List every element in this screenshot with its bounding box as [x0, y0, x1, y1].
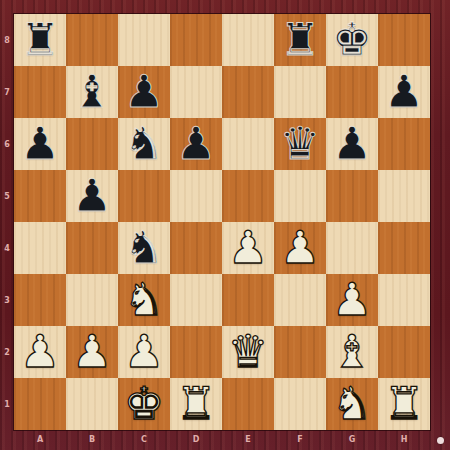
square-e3[interactable] — [222, 274, 274, 326]
square-h1[interactable]: ♜ — [378, 378, 430, 430]
square-b1[interactable] — [66, 378, 118, 430]
black-queen-f6[interactable]: ♛ — [274, 118, 326, 170]
rank-label-7: 7 — [0, 66, 14, 118]
square-d4[interactable] — [170, 222, 222, 274]
square-f5[interactable] — [274, 170, 326, 222]
square-b2[interactable]: ♟ — [66, 326, 118, 378]
square-e1[interactable] — [222, 378, 274, 430]
square-f4[interactable]: ♟ — [274, 222, 326, 274]
square-a8[interactable]: ♜ — [14, 14, 66, 66]
rank-label-1: 1 — [0, 378, 14, 430]
white-queen-e2[interactable]: ♛ — [222, 326, 274, 378]
rank-label-2: 2 — [0, 326, 14, 378]
square-c4[interactable]: ♞ — [118, 222, 170, 274]
file-labels: ABCDEFGH — [14, 430, 430, 450]
rank-label-4: 4 — [0, 222, 14, 274]
square-f6[interactable]: ♛ — [274, 118, 326, 170]
file-label-g: G — [326, 430, 378, 450]
square-g7[interactable] — [326, 66, 378, 118]
square-c3[interactable]: ♞ — [118, 274, 170, 326]
square-d7[interactable] — [170, 66, 222, 118]
black-rook-f8[interactable]: ♜ — [274, 14, 326, 66]
file-label-a: A — [14, 430, 66, 450]
white-pawn-f4[interactable]: ♟ — [274, 222, 326, 274]
square-f7[interactable] — [274, 66, 326, 118]
rank-labels: 87654321 — [0, 14, 14, 430]
white-pawn-g3[interactable]: ♟ — [326, 274, 378, 326]
square-h2[interactable] — [378, 326, 430, 378]
white-pawn-e4[interactable]: ♟ — [222, 222, 274, 274]
black-king-g8[interactable]: ♚ — [326, 14, 378, 66]
white-pawn-a2[interactable]: ♟ — [14, 326, 66, 378]
black-knight-c6[interactable]: ♞ — [118, 118, 170, 170]
rank-label-3: 3 — [0, 274, 14, 326]
rank-label-5: 5 — [0, 170, 14, 222]
square-a2[interactable]: ♟ — [14, 326, 66, 378]
square-b4[interactable] — [66, 222, 118, 274]
square-e7[interactable] — [222, 66, 274, 118]
square-h6[interactable] — [378, 118, 430, 170]
black-pawn-a6[interactable]: ♟ — [14, 118, 66, 170]
white-king-c1[interactable]: ♚ — [118, 378, 170, 430]
white-pawn-b2[interactable]: ♟ — [66, 326, 118, 378]
square-c2[interactable]: ♟ — [118, 326, 170, 378]
file-label-b: B — [66, 430, 118, 450]
square-d5[interactable] — [170, 170, 222, 222]
square-a4[interactable] — [14, 222, 66, 274]
square-b8[interactable] — [66, 14, 118, 66]
file-label-f: F — [274, 430, 326, 450]
black-rook-a8[interactable]: ♜ — [14, 14, 66, 66]
square-g8[interactable]: ♚ — [326, 14, 378, 66]
square-g4[interactable] — [326, 222, 378, 274]
white-pawn-c2[interactable]: ♟ — [118, 326, 170, 378]
square-d2[interactable] — [170, 326, 222, 378]
square-b5[interactable]: ♟ — [66, 170, 118, 222]
square-e2[interactable]: ♛ — [222, 326, 274, 378]
square-e5[interactable] — [222, 170, 274, 222]
square-a7[interactable] — [14, 66, 66, 118]
file-label-c: C — [118, 430, 170, 450]
square-g3[interactable]: ♟ — [326, 274, 378, 326]
white-rook-d1[interactable]: ♜ — [170, 378, 222, 430]
square-b6[interactable] — [66, 118, 118, 170]
chess-board: ♜♜♚♝♟♟♟♞♟♛♟♟♞♟♟♞♟♟♟♟♛♝♚♜♞♜ — [14, 14, 430, 430]
white-knight-c3[interactable]: ♞ — [118, 274, 170, 326]
square-h7[interactable]: ♟ — [378, 66, 430, 118]
file-label-d: D — [170, 430, 222, 450]
white-rook-h1[interactable]: ♜ — [378, 378, 430, 430]
black-pawn-g6[interactable]: ♟ — [326, 118, 378, 170]
file-label-h: H — [378, 430, 430, 450]
square-h8[interactable] — [378, 14, 430, 66]
square-a5[interactable] — [14, 170, 66, 222]
black-knight-c4[interactable]: ♞ — [118, 222, 170, 274]
square-h5[interactable] — [378, 170, 430, 222]
square-d3[interactable] — [170, 274, 222, 326]
white-knight-g1[interactable]: ♞ — [326, 378, 378, 430]
square-b3[interactable] — [66, 274, 118, 326]
rank-label-8: 8 — [0, 14, 14, 66]
square-g6[interactable]: ♟ — [326, 118, 378, 170]
black-pawn-b5[interactable]: ♟ — [66, 170, 118, 222]
square-g1[interactable]: ♞ — [326, 378, 378, 430]
square-e6[interactable] — [222, 118, 274, 170]
black-pawn-d6[interactable]: ♟ — [170, 118, 222, 170]
square-d1[interactable]: ♜ — [170, 378, 222, 430]
square-a3[interactable] — [14, 274, 66, 326]
square-f8[interactable]: ♜ — [274, 14, 326, 66]
square-a1[interactable] — [14, 378, 66, 430]
square-h4[interactable] — [378, 222, 430, 274]
square-c1[interactable]: ♚ — [118, 378, 170, 430]
square-d8[interactable] — [170, 14, 222, 66]
square-e8[interactable] — [222, 14, 274, 66]
square-c7[interactable]: ♟ — [118, 66, 170, 118]
square-f3[interactable] — [274, 274, 326, 326]
black-pawn-h7[interactable]: ♟ — [378, 66, 430, 118]
rank-label-6: 6 — [0, 118, 14, 170]
white-bishop-g2[interactable]: ♝ — [326, 326, 378, 378]
black-pawn-c7[interactable]: ♟ — [118, 66, 170, 118]
square-e4[interactable]: ♟ — [222, 222, 274, 274]
square-a6[interactable]: ♟ — [14, 118, 66, 170]
square-g5[interactable] — [326, 170, 378, 222]
square-c6[interactable]: ♞ — [118, 118, 170, 170]
chess-board-frame: 87654321 ABCDEFGH ♜♜♚♝♟♟♟♞♟♛♟♟♞♟♟♞♟♟♟♟♛♝… — [0, 0, 450, 450]
file-label-e: E — [222, 430, 274, 450]
square-c8[interactable] — [118, 14, 170, 66]
square-f1[interactable] — [274, 378, 326, 430]
square-f2[interactable] — [274, 326, 326, 378]
square-c5[interactable] — [118, 170, 170, 222]
black-bishop-b7[interactable]: ♝ — [66, 66, 118, 118]
side-to-move-indicator — [437, 437, 444, 444]
square-b7[interactable]: ♝ — [66, 66, 118, 118]
square-d6[interactable]: ♟ — [170, 118, 222, 170]
square-h3[interactable] — [378, 274, 430, 326]
square-g2[interactable]: ♝ — [326, 326, 378, 378]
